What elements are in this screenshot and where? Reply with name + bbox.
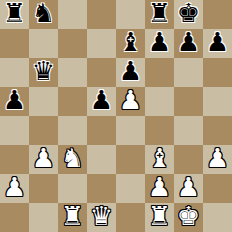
piece-white-rook[interactable]: ♜ (148, 202, 171, 231)
square-f5[interactable] (145, 87, 174, 116)
square-e6[interactable]: ♟ (116, 58, 145, 87)
square-h5[interactable] (203, 87, 232, 116)
piece-white-pawn[interactable]: ♟ (148, 173, 171, 202)
piece-black-bishop[interactable]: ♝ (119, 28, 142, 57)
square-e7[interactable]: ♝ (116, 29, 145, 58)
square-g7[interactable]: ♟ (174, 29, 203, 58)
square-d7[interactable] (87, 29, 116, 58)
piece-black-queen[interactable]: ♛ (32, 57, 55, 86)
square-d5[interactable]: ♟ (87, 87, 116, 116)
square-c8[interactable] (58, 0, 87, 29)
square-c6[interactable] (58, 58, 87, 87)
square-g1[interactable]: ♚ (174, 203, 203, 232)
piece-white-pawn[interactable]: ♟ (119, 86, 142, 115)
square-g5[interactable] (174, 87, 203, 116)
square-d8[interactable] (87, 0, 116, 29)
square-h3[interactable]: ♟ (203, 145, 232, 174)
square-d4[interactable] (87, 116, 116, 145)
piece-white-queen[interactable]: ♛ (90, 202, 113, 231)
square-b1[interactable] (29, 203, 58, 232)
piece-white-bishop[interactable]: ♝ (148, 144, 171, 173)
square-c7[interactable] (58, 29, 87, 58)
square-a8[interactable]: ♜ (0, 0, 29, 29)
piece-black-pawn[interactable]: ♟ (206, 28, 229, 57)
square-e4[interactable] (116, 116, 145, 145)
piece-white-pawn[interactable]: ♟ (177, 173, 200, 202)
square-c1[interactable]: ♜ (58, 203, 87, 232)
square-f2[interactable]: ♟ (145, 174, 174, 203)
square-b6[interactable]: ♛ (29, 58, 58, 87)
square-h2[interactable] (203, 174, 232, 203)
square-e2[interactable] (116, 174, 145, 203)
square-d3[interactable] (87, 145, 116, 174)
square-g3[interactable] (174, 145, 203, 174)
square-f7[interactable]: ♟ (145, 29, 174, 58)
square-c2[interactable] (58, 174, 87, 203)
square-h8[interactable] (203, 0, 232, 29)
square-e8[interactable] (116, 0, 145, 29)
square-g6[interactable] (174, 58, 203, 87)
square-e3[interactable] (116, 145, 145, 174)
piece-black-pawn[interactable]: ♟ (148, 28, 171, 57)
square-e1[interactable] (116, 203, 145, 232)
square-f3[interactable]: ♝ (145, 145, 174, 174)
square-b8[interactable]: ♞ (29, 0, 58, 29)
square-h1[interactable] (203, 203, 232, 232)
square-b5[interactable] (29, 87, 58, 116)
piece-white-pawn[interactable]: ♟ (32, 144, 55, 173)
piece-black-rook[interactable]: ♜ (148, 0, 171, 28)
square-a4[interactable] (0, 116, 29, 145)
square-b3[interactable]: ♟ (29, 145, 58, 174)
piece-white-knight[interactable]: ♞ (61, 144, 84, 173)
square-d2[interactable] (87, 174, 116, 203)
square-a6[interactable] (0, 58, 29, 87)
square-e5[interactable]: ♟ (116, 87, 145, 116)
piece-white-king[interactable]: ♚ (177, 202, 200, 231)
piece-black-rook[interactable]: ♜ (3, 0, 26, 28)
piece-black-knight[interactable]: ♞ (32, 0, 55, 28)
square-a7[interactable] (0, 29, 29, 58)
piece-black-king[interactable]: ♚ (177, 0, 200, 28)
square-g2[interactable]: ♟ (174, 174, 203, 203)
square-f4[interactable] (145, 116, 174, 145)
square-a2[interactable]: ♟ (0, 174, 29, 203)
square-g8[interactable]: ♚ (174, 0, 203, 29)
square-d6[interactable] (87, 58, 116, 87)
square-a5[interactable]: ♟ (0, 87, 29, 116)
piece-white-pawn[interactable]: ♟ (206, 144, 229, 173)
square-g4[interactable] (174, 116, 203, 145)
piece-black-pawn[interactable]: ♟ (177, 28, 200, 57)
square-f1[interactable]: ♜ (145, 203, 174, 232)
square-a1[interactable] (0, 203, 29, 232)
square-h4[interactable] (203, 116, 232, 145)
piece-black-pawn[interactable]: ♟ (90, 86, 113, 115)
square-b2[interactable] (29, 174, 58, 203)
square-h6[interactable] (203, 58, 232, 87)
square-c5[interactable] (58, 87, 87, 116)
square-c3[interactable]: ♞ (58, 145, 87, 174)
square-d1[interactable]: ♛ (87, 203, 116, 232)
square-f8[interactable]: ♜ (145, 0, 174, 29)
square-h7[interactable]: ♟ (203, 29, 232, 58)
piece-black-pawn[interactable]: ♟ (119, 57, 142, 86)
square-c4[interactable] (58, 116, 87, 145)
square-b4[interactable] (29, 116, 58, 145)
square-b7[interactable] (29, 29, 58, 58)
chess-board: ♜♞♜♚♝♟♟♟♛♟♟♟♟♟♞♝♟♟♟♟♜♛♜♚ (0, 0, 232, 232)
square-f6[interactable] (145, 58, 174, 87)
piece-black-pawn[interactable]: ♟ (3, 86, 26, 115)
piece-white-pawn[interactable]: ♟ (3, 173, 26, 202)
piece-white-rook[interactable]: ♜ (61, 202, 84, 231)
square-a3[interactable] (0, 145, 29, 174)
